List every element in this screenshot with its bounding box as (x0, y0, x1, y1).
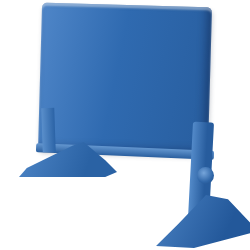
right-leg-pivot-cap (197, 167, 214, 184)
connect-four-scene (0, 0, 250, 250)
right-foot (150, 195, 250, 248)
left-leg-post (41, 108, 56, 152)
board-frame (38, 3, 212, 156)
board-grid (47, 13, 199, 147)
